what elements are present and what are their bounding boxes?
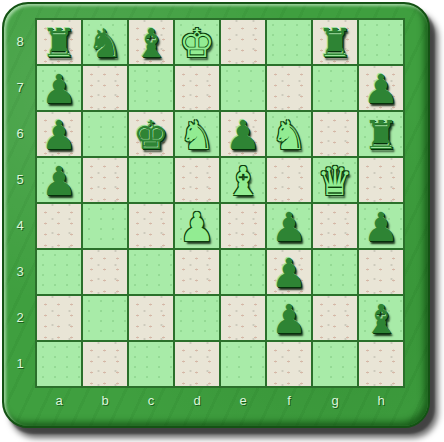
square-d4[interactable]: ♟: [175, 204, 219, 248]
square-d3[interactable]: [175, 250, 219, 294]
square-h1[interactable]: [359, 342, 403, 386]
square-c8[interactable]: ♝: [129, 20, 173, 64]
square-d8[interactable]: ♚: [175, 20, 219, 64]
square-f4[interactable]: ♟: [267, 204, 311, 248]
piece-bB-h2[interactable]: ♝: [359, 296, 403, 340]
square-d5[interactable]: [175, 158, 219, 202]
file-label-h: h: [359, 392, 403, 410]
file-label-g: g: [313, 392, 357, 410]
square-b3[interactable]: [83, 250, 127, 294]
piece-wB-e5[interactable]: ♝: [221, 158, 265, 202]
piece-bP-h4[interactable]: ♟: [359, 204, 403, 248]
piece-wP-d4[interactable]: ♟: [175, 204, 219, 248]
square-c4[interactable]: [129, 204, 173, 248]
square-a8[interactable]: ♜: [37, 20, 81, 64]
square-g7[interactable]: [313, 66, 357, 110]
piece-bP-f3[interactable]: ♟: [267, 250, 311, 294]
rank-label-1: 1: [8, 342, 32, 386]
piece-wQ-g5[interactable]: ♛: [313, 158, 357, 202]
piece-bR-g8[interactable]: ♜: [313, 20, 357, 64]
square-a3[interactable]: [37, 250, 81, 294]
file-label-b: b: [83, 392, 127, 410]
square-c2[interactable]: [129, 296, 173, 340]
square-e3[interactable]: [221, 250, 265, 294]
square-h8[interactable]: [359, 20, 403, 64]
piece-bP-e6[interactable]: ♟: [221, 112, 265, 156]
rank-label-2: 2: [8, 296, 32, 340]
square-c6[interactable]: ♚: [129, 112, 173, 156]
file-label-f: f: [267, 392, 311, 410]
rank-labels: 87654321: [8, 20, 32, 386]
rank-label-6: 6: [8, 112, 32, 156]
piece-bN-b8[interactable]: ♞: [83, 20, 127, 64]
square-b1[interactable]: [83, 342, 127, 386]
square-e7[interactable]: [221, 66, 265, 110]
piece-bR-h6[interactable]: ♜: [359, 112, 403, 156]
square-g1[interactable]: [313, 342, 357, 386]
square-d6[interactable]: ♞: [175, 112, 219, 156]
square-d2[interactable]: [175, 296, 219, 340]
file-label-d: d: [175, 392, 219, 410]
rank-label-8: 8: [8, 20, 32, 64]
square-d1[interactable]: [175, 342, 219, 386]
square-f2[interactable]: ♟: [267, 296, 311, 340]
square-h6[interactable]: ♜: [359, 112, 403, 156]
piece-bR-a8[interactable]: ♜: [37, 20, 81, 64]
square-e8[interactable]: [221, 20, 265, 64]
square-f6[interactable]: ♞: [267, 112, 311, 156]
square-a1[interactable]: [37, 342, 81, 386]
rank-label-5: 5: [8, 158, 32, 202]
square-b4[interactable]: [83, 204, 127, 248]
square-g3[interactable]: [313, 250, 357, 294]
square-b8[interactable]: ♞: [83, 20, 127, 64]
square-f1[interactable]: [267, 342, 311, 386]
board-frame: 87654321 ♜♞♝♚♜♟♟♟♚♞♟♞♜♟♝♛♟♟♟♟♟♝ abcdefgh: [2, 2, 430, 428]
square-b5[interactable]: [83, 158, 127, 202]
square-a4[interactable]: [37, 204, 81, 248]
square-h4[interactable]: ♟: [359, 204, 403, 248]
piece-bP-a6[interactable]: ♟: [37, 112, 81, 156]
square-g8[interactable]: ♜: [313, 20, 357, 64]
square-e5[interactable]: ♝: [221, 158, 265, 202]
rank-label-3: 3: [8, 250, 32, 294]
piece-bK-c6[interactable]: ♚: [129, 112, 173, 156]
square-a2[interactable]: [37, 296, 81, 340]
square-c1[interactable]: [129, 342, 173, 386]
square-c7[interactable]: [129, 66, 173, 110]
square-f5[interactable]: [267, 158, 311, 202]
chess-board: ♜♞♝♚♜♟♟♟♚♞♟♞♜♟♝♛♟♟♟♟♟♝: [35, 18, 405, 388]
rank-label-4: 4: [8, 204, 32, 248]
piece-wN-d6[interactable]: ♞: [175, 112, 219, 156]
square-e6[interactable]: ♟: [221, 112, 265, 156]
square-b6[interactable]: [83, 112, 127, 156]
piece-bP-h7[interactable]: ♟: [359, 66, 403, 110]
square-c5[interactable]: [129, 158, 173, 202]
square-f3[interactable]: ♟: [267, 250, 311, 294]
square-a6[interactable]: ♟: [37, 112, 81, 156]
file-label-c: c: [129, 392, 173, 410]
square-g2[interactable]: [313, 296, 357, 340]
square-c3[interactable]: [129, 250, 173, 294]
rank-label-7: 7: [8, 66, 32, 110]
square-f7[interactable]: [267, 66, 311, 110]
square-h5[interactable]: [359, 158, 403, 202]
piece-bP-f2[interactable]: ♟: [267, 296, 311, 340]
square-d7[interactable]: [175, 66, 219, 110]
piece-bB-c8[interactable]: ♝: [129, 20, 173, 64]
square-a5[interactable]: ♟: [37, 158, 81, 202]
file-label-a: a: [37, 392, 81, 410]
file-labels: abcdefgh: [37, 392, 403, 410]
piece-wN-f6[interactable]: ♞: [267, 112, 311, 156]
square-h7[interactable]: ♟: [359, 66, 403, 110]
square-b7[interactable]: [83, 66, 127, 110]
file-label-e: e: [221, 392, 265, 410]
square-e1[interactable]: [221, 342, 265, 386]
piece-bP-a5[interactable]: ♟: [37, 158, 81, 202]
square-f8[interactable]: [267, 20, 311, 64]
square-e2[interactable]: [221, 296, 265, 340]
square-g4[interactable]: [313, 204, 357, 248]
square-g6[interactable]: [313, 112, 357, 156]
piece-bP-f4[interactable]: ♟: [267, 204, 311, 248]
square-h2[interactable]: ♝: [359, 296, 403, 340]
square-a7[interactable]: ♟: [37, 66, 81, 110]
piece-bP-a7[interactable]: ♟: [37, 66, 81, 110]
square-b2[interactable]: [83, 296, 127, 340]
square-h3[interactable]: [359, 250, 403, 294]
square-g5[interactable]: ♛: [313, 158, 357, 202]
square-e4[interactable]: [221, 204, 265, 248]
piece-wK-d8[interactable]: ♚: [175, 20, 219, 64]
